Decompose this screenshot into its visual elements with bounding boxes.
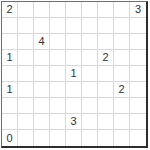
grid-cell[interactable]: [50, 18, 66, 34]
grid-cell[interactable]: [114, 34, 130, 50]
grid-cell[interactable]: [34, 66, 50, 82]
grid-cell[interactable]: [50, 98, 66, 114]
grid-cell[interactable]: [18, 82, 34, 98]
grid-cell[interactable]: [98, 98, 114, 114]
grid-cell[interactable]: [34, 82, 50, 98]
grid-cell[interactable]: [66, 98, 82, 114]
grid-cell[interactable]: [82, 66, 98, 82]
grid-cell[interactable]: [50, 66, 66, 82]
grid-cell-clue: 2: [114, 82, 130, 98]
grid-cell[interactable]: [114, 2, 130, 18]
grid-cell[interactable]: [98, 130, 114, 146]
grid-cell[interactable]: [34, 18, 50, 34]
puzzle-board-wrap: 2341211230: [1, 1, 148, 148]
grid-cell-clue: 1: [66, 66, 82, 82]
grid-cell[interactable]: [130, 66, 146, 82]
grid-cell-clue: 4: [34, 34, 50, 50]
grid-cell[interactable]: [66, 2, 82, 18]
grid-cell[interactable]: [2, 114, 18, 130]
grid-cell[interactable]: [18, 18, 34, 34]
grid-cell[interactable]: [130, 130, 146, 146]
grid-cell[interactable]: [34, 50, 50, 66]
grid-cell[interactable]: [82, 50, 98, 66]
grid-cell[interactable]: [130, 82, 146, 98]
grid-cell[interactable]: [130, 114, 146, 130]
grid-cell[interactable]: [130, 98, 146, 114]
grid-cell[interactable]: [50, 130, 66, 146]
grid-cell[interactable]: [98, 18, 114, 34]
grid-cell[interactable]: [114, 98, 130, 114]
grid-cell[interactable]: [66, 130, 82, 146]
grid-cell[interactable]: [82, 130, 98, 146]
grid-cell[interactable]: [50, 114, 66, 130]
grid-cell[interactable]: [98, 114, 114, 130]
grid-cell[interactable]: [66, 82, 82, 98]
grid-cell[interactable]: [98, 34, 114, 50]
grid-cell[interactable]: [114, 130, 130, 146]
grid-cell[interactable]: [34, 98, 50, 114]
grid-cell[interactable]: [98, 2, 114, 18]
grid-cell[interactable]: [130, 18, 146, 34]
grid-cell-clue: 3: [130, 2, 146, 18]
grid-cell[interactable]: [2, 18, 18, 34]
grid-cell[interactable]: [50, 50, 66, 66]
grid-cell[interactable]: [18, 114, 34, 130]
grid-cell-clue: 2: [98, 50, 114, 66]
grid-cell[interactable]: [34, 130, 50, 146]
grid-cell[interactable]: [114, 50, 130, 66]
grid-cell[interactable]: [50, 82, 66, 98]
grid-cell-clue: 1: [2, 50, 18, 66]
grid-cell[interactable]: [34, 114, 50, 130]
grid-cell[interactable]: [114, 66, 130, 82]
grid-cell[interactable]: [34, 2, 50, 18]
grid-cell[interactable]: [2, 66, 18, 82]
grid-cell[interactable]: [18, 34, 34, 50]
puzzle-board: 2341211230: [1, 1, 148, 148]
grid-cell[interactable]: [50, 2, 66, 18]
grid-cell[interactable]: [18, 98, 34, 114]
grid-cell[interactable]: [82, 18, 98, 34]
grid-cell[interactable]: [66, 50, 82, 66]
grid-cell[interactable]: [18, 50, 34, 66]
grid-cell[interactable]: [82, 98, 98, 114]
grid-cell[interactable]: [66, 34, 82, 50]
grid-cell-clue: 0: [2, 130, 18, 146]
grid-cell[interactable]: [2, 98, 18, 114]
grid-cell[interactable]: [66, 18, 82, 34]
grid-cell[interactable]: [2, 34, 18, 50]
grid-cell-clue: 2: [2, 2, 18, 18]
grid-cell-clue: 3: [66, 114, 82, 130]
grid-cell[interactable]: [98, 66, 114, 82]
grid-cell[interactable]: [50, 34, 66, 50]
grid-cell[interactable]: [130, 34, 146, 50]
grid-cell[interactable]: [18, 2, 34, 18]
grid-cell[interactable]: [82, 2, 98, 18]
grid-cell[interactable]: [18, 130, 34, 146]
grid-cell[interactable]: [82, 114, 98, 130]
grid-cell[interactable]: [114, 18, 130, 34]
grid-cell[interactable]: [18, 66, 34, 82]
grid-cell[interactable]: [114, 114, 130, 130]
grid-cell[interactable]: [82, 82, 98, 98]
grid-cell-clue: 1: [2, 82, 18, 98]
grid-cell[interactable]: [130, 50, 146, 66]
grid-cell[interactable]: [82, 34, 98, 50]
grid-cell[interactable]: [98, 82, 114, 98]
